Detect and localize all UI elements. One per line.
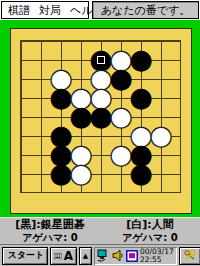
board-cell[interactable] — [151, 69, 171, 88]
board-cell[interactable] — [171, 50, 191, 69]
board-cell[interactable] — [111, 164, 131, 183]
board-cell[interactable] — [11, 164, 31, 183]
white-player-info: [白]:人間 アゲハマ: 0 — [100, 218, 200, 244]
board-cell[interactable]: ● — [111, 107, 131, 126]
board-cell[interactable]: ● — [131, 88, 151, 107]
board-cell[interactable] — [31, 69, 51, 88]
board-cell[interactable] — [31, 31, 51, 50]
white-captures: アゲハマ: 0 — [100, 232, 200, 244]
board-cell[interactable] — [171, 145, 191, 164]
clock-time: 22:55 — [140, 256, 174, 264]
board-cell[interactable] — [51, 183, 71, 202]
black-stone: ● — [130, 50, 153, 69]
board-cell[interactable] — [171, 31, 191, 50]
board-cell[interactable]: ● — [51, 88, 71, 107]
menubar: 棋譜 対局 ヘルプ あなたの番です。 — [0, 0, 200, 20]
board-cell[interactable]: ● — [151, 126, 171, 145]
board-cell[interactable] — [11, 183, 31, 202]
board-cell[interactable] — [11, 50, 31, 69]
board-cell[interactable] — [151, 145, 171, 164]
board-cell[interactable] — [71, 31, 91, 50]
status-box: あなたの番です。 — [92, 1, 199, 19]
black-captures: アゲハマ: 0 — [0, 232, 100, 244]
ime-button[interactable]: A — [50, 247, 77, 265]
up-arrow-icon: ▲ — [83, 252, 88, 260]
board-cell[interactable] — [171, 164, 191, 183]
board-cell[interactable] — [171, 183, 191, 202]
board-cell[interactable] — [11, 31, 31, 50]
board-cell[interactable] — [151, 50, 171, 69]
board-cell[interactable] — [151, 164, 171, 183]
status-message: あなたの番です。 — [101, 3, 191, 18]
menu-box: 棋譜 対局 ヘルプ — [1, 1, 89, 19]
taskbar: スタート A ▲ — [0, 244, 200, 266]
display-app-icon[interactable] — [126, 250, 138, 262]
network-connection-icon[interactable] — [97, 249, 109, 262]
black-stone: ● — [130, 88, 153, 107]
board-cell[interactable] — [91, 164, 111, 183]
white-stone: ● — [150, 126, 173, 145]
board-cell[interactable] — [51, 31, 71, 50]
device-screen: 棋譜 対局 ヘルプ あなたの番です。 ●●●●●●●●●●●●●●●●●●●●●… — [0, 0, 200, 266]
keys-icon — [183, 249, 197, 262]
board-cell[interactable] — [91, 126, 111, 145]
system-tray: 00/03/17 22:55 — [94, 247, 177, 265]
board-cell[interactable] — [171, 69, 191, 88]
white-stone: ● — [110, 107, 133, 126]
menu-item-taikyoku[interactable]: 対局 — [39, 3, 61, 18]
black-player-label: [黒]:銀星囲碁 — [0, 218, 100, 232]
board-cell[interactable]: ● — [51, 164, 71, 183]
menu-item-kifu[interactable]: 棋譜 — [8, 3, 30, 18]
up-arrow-button[interactable]: ▲ — [79, 247, 92, 265]
board-cell[interactable] — [11, 69, 31, 88]
board-cell[interactable] — [151, 88, 171, 107]
board-cell[interactable] — [91, 183, 111, 202]
clock: 00/03/17 22:55 — [140, 248, 174, 264]
board-cell[interactable]: ● — [71, 107, 91, 126]
board-cell[interactable] — [31, 88, 51, 107]
board-cell[interactable] — [31, 164, 51, 183]
board-cell[interactable] — [111, 183, 131, 202]
board-cell[interactable]: ● — [91, 107, 111, 126]
player-panel: [黒]:銀星囲碁 アゲハマ: 0 [白]:人間 アゲハマ: 0 — [0, 217, 200, 244]
board-cell[interactable] — [31, 50, 51, 69]
board-cell[interactable]: ● — [71, 164, 91, 183]
board-cell[interactable] — [131, 183, 151, 202]
board-cell[interactable]: ● — [111, 69, 131, 88]
board-cell[interactable] — [11, 126, 31, 145]
board-cell[interactable] — [151, 31, 171, 50]
board-cell[interactable] — [11, 107, 31, 126]
board-cell[interactable] — [171, 126, 191, 145]
board-cell[interactable]: ● — [111, 145, 131, 164]
black-stone: ● — [130, 164, 153, 183]
start-button-label: スタート — [8, 249, 45, 262]
keyboard-icon — [54, 251, 62, 261]
board-grid: ●●●●●●●●●●●●●●●●●●●●●●● — [11, 31, 191, 202]
board-cell[interactable]: ● — [131, 50, 151, 69]
speaker-icon[interactable] — [111, 249, 124, 262]
board-cell[interactable] — [31, 126, 51, 145]
keys-button[interactable] — [179, 247, 200, 265]
goban: ●●●●●●●●●●●●●●●●●●●●●●● — [10, 28, 192, 214]
board-cell[interactable] — [11, 88, 31, 107]
black-player-info: [黒]:銀星囲碁 アゲハマ: 0 — [0, 218, 100, 244]
board-cell[interactable] — [171, 88, 191, 107]
board-cell[interactable]: ● — [131, 164, 151, 183]
white-player-label: [白]:人間 — [100, 218, 200, 232]
board-cell[interactable] — [71, 50, 91, 69]
board-cell[interactable] — [171, 107, 191, 126]
ime-mode-label: A — [64, 250, 73, 262]
board-cell[interactable] — [31, 107, 51, 126]
board-cell[interactable] — [71, 183, 91, 202]
board-cell[interactable] — [11, 145, 31, 164]
desktop: ●●●●●●●●●●●●●●●●●●●●●●● — [0, 20, 200, 217]
start-button[interactable]: スタート — [2, 247, 48, 265]
white-stone: ● — [70, 164, 93, 183]
board-cell[interactable] — [151, 183, 171, 202]
board-cell[interactable] — [31, 145, 51, 164]
board-cell[interactable] — [91, 145, 111, 164]
black-stone: ● — [110, 69, 133, 88]
board-cell[interactable] — [31, 183, 51, 202]
